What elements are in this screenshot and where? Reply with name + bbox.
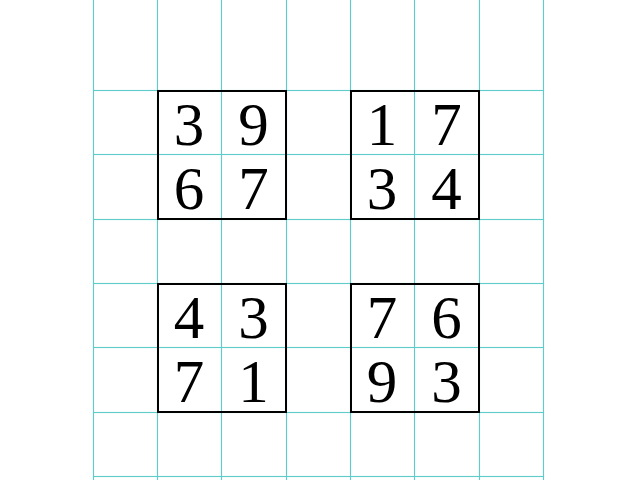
cell-digit-bottom-left-r1c1: 4	[157, 283, 221, 347]
cell-digit-top-right-r2c2: 4	[414, 154, 479, 219]
cell-digit-top-right-r1c2: 7	[414, 90, 479, 154]
grid-vertical-line	[543, 0, 544, 480]
cell-digit-bottom-right-r1c1: 7	[350, 283, 414, 347]
cell-digit-top-left-r2c1: 6	[157, 154, 221, 219]
graph-paper-board: 3967173443717693	[0, 0, 640, 480]
cell-digit-bottom-left-r2c2: 1	[221, 347, 286, 412]
cell-digit-bottom-right-r1c2: 6	[414, 283, 479, 347]
grid-horizontal-line	[93, 476, 544, 477]
cell-digit-top-left-r2c2: 7	[221, 154, 286, 219]
cell-digit-bottom-left-r2c1: 7	[157, 347, 221, 412]
grid-vertical-line	[93, 0, 94, 480]
cell-digit-top-left-r1c1: 3	[157, 90, 221, 154]
cell-digit-bottom-right-r2c2: 3	[414, 347, 479, 412]
cell-digit-top-right-r2c1: 3	[350, 154, 414, 219]
cell-digit-bottom-right-r2c1: 9	[350, 347, 414, 412]
cell-digit-bottom-left-r1c2: 3	[221, 283, 286, 347]
cell-digit-top-right-r1c1: 1	[350, 90, 414, 154]
cell-digit-top-left-r1c2: 9	[221, 90, 286, 154]
